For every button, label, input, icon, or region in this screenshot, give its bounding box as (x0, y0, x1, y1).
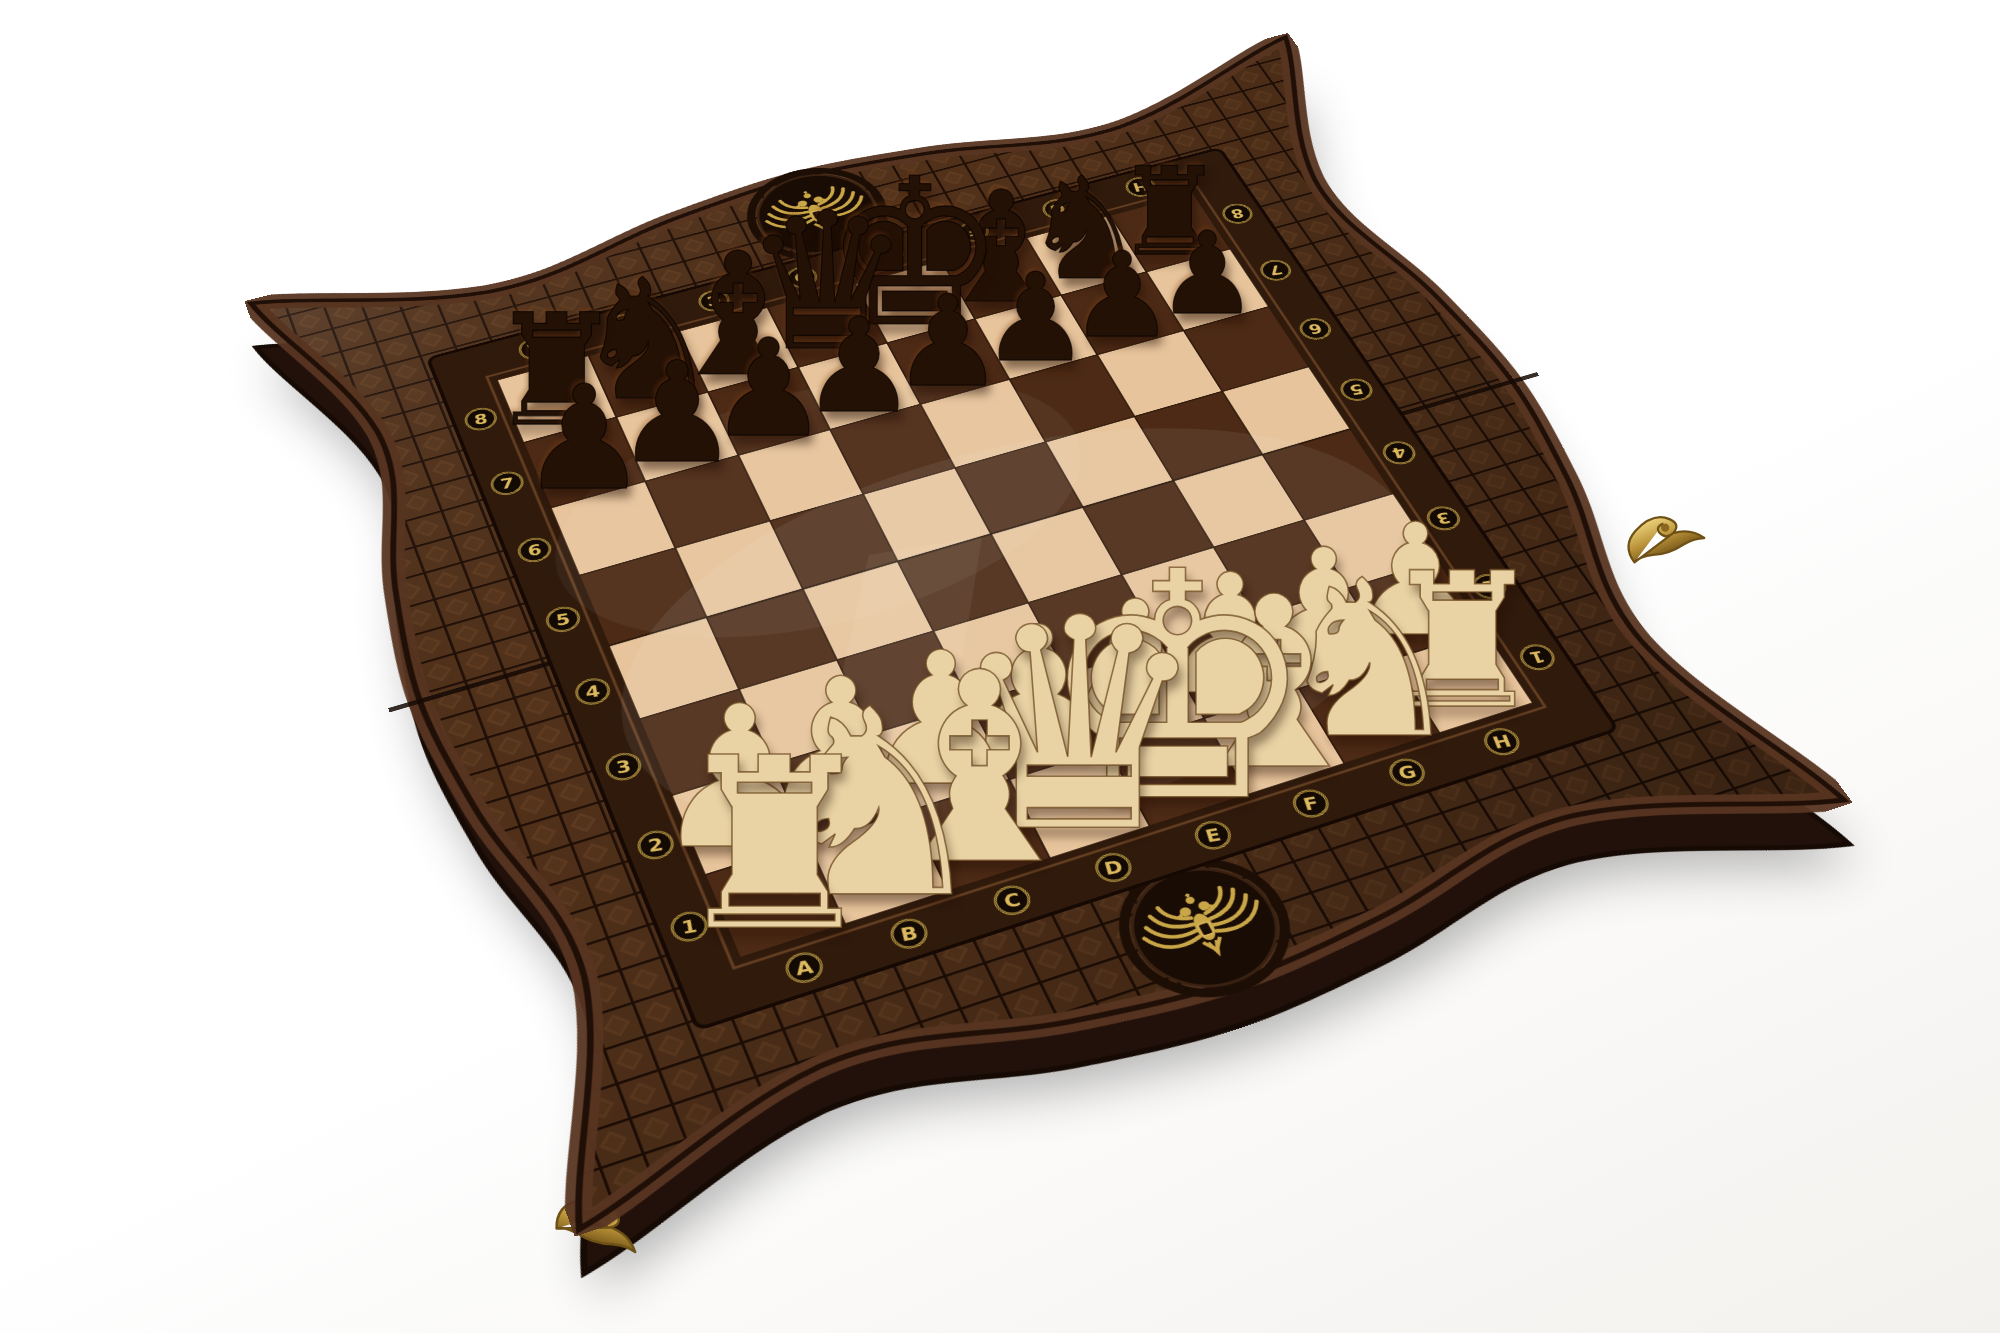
svg-text:8: 8 (473, 410, 489, 428)
svg-text:5: 5 (555, 609, 572, 629)
svg-text:7: 7 (499, 474, 515, 493)
svg-text:6: 6 (526, 540, 543, 559)
photo-scene: A A 1 1 B B 2 2 C C 3 3 D (0, 0, 2000, 1333)
svg-text:B: B (616, 316, 633, 333)
svg-text:4: 4 (584, 681, 602, 702)
